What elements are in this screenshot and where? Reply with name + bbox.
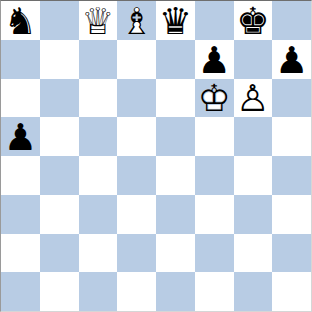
white-bishop-glyph: ♗: [117, 2, 156, 41]
square-g1[interactable]: [234, 272, 273, 311]
square-c1[interactable]: [79, 272, 118, 311]
piece-black-pawn[interactable]: ♟: [272, 40, 311, 79]
square-b2[interactable]: [40, 234, 79, 273]
chess-board: ♞♛♕♝♗♛♚♟♟♚♔♟♙♟: [0, 0, 312, 312]
square-d3[interactable]: [117, 195, 156, 234]
square-g7[interactable]: [234, 40, 273, 79]
piece-white-king[interactable]: ♚♔: [195, 79, 234, 118]
square-h2[interactable]: [272, 234, 311, 273]
square-f5[interactable]: [195, 117, 234, 156]
square-g3[interactable]: [234, 195, 273, 234]
piece-white-queen[interactable]: ♛♕: [79, 1, 118, 40]
square-g5[interactable]: [234, 117, 273, 156]
square-f1[interactable]: [195, 272, 234, 311]
square-c5[interactable]: [79, 117, 118, 156]
square-a5[interactable]: ♟: [1, 117, 40, 156]
square-e8[interactable]: ♛: [156, 1, 195, 40]
black-knight-glyph: ♞: [1, 2, 40, 41]
square-e2[interactable]: [156, 234, 195, 273]
square-d6[interactable]: [117, 79, 156, 118]
square-b3[interactable]: [40, 195, 79, 234]
square-f2[interactable]: [195, 234, 234, 273]
black-queen-glyph: ♛: [156, 2, 195, 41]
square-e5[interactable]: [156, 117, 195, 156]
square-g8[interactable]: ♚: [234, 1, 273, 40]
square-c2[interactable]: [79, 234, 118, 273]
square-h7[interactable]: ♟: [272, 40, 311, 79]
square-g6[interactable]: ♟♙: [234, 79, 273, 118]
square-d7[interactable]: [117, 40, 156, 79]
piece-black-king[interactable]: ♚: [234, 1, 273, 40]
square-a2[interactable]: [1, 234, 40, 273]
square-h4[interactable]: [272, 156, 311, 195]
square-d4[interactable]: [117, 156, 156, 195]
chess-diagram: ♞♛♕♝♗♛♚♟♟♚♔♟♙♟: [0, 0, 312, 312]
square-e1[interactable]: [156, 272, 195, 311]
square-h5[interactable]: [272, 117, 311, 156]
white-king-glyph: ♔: [195, 80, 234, 119]
square-g2[interactable]: [234, 234, 273, 273]
square-c3[interactable]: [79, 195, 118, 234]
square-c4[interactable]: [79, 156, 118, 195]
square-b4[interactable]: [40, 156, 79, 195]
white-queen-glyph: ♕: [79, 2, 118, 41]
black-pawn-glyph: ♟: [195, 41, 234, 80]
square-f7[interactable]: ♟: [195, 40, 234, 79]
square-b8[interactable]: [40, 1, 79, 40]
square-h8[interactable]: [272, 1, 311, 40]
square-a8[interactable]: ♞: [1, 1, 40, 40]
square-c7[interactable]: [79, 40, 118, 79]
white-pawn-glyph: ♙: [234, 80, 273, 119]
square-a4[interactable]: [1, 156, 40, 195]
square-e7[interactable]: [156, 40, 195, 79]
square-g4[interactable]: [234, 156, 273, 195]
square-a6[interactable]: [1, 79, 40, 118]
piece-white-bishop[interactable]: ♝♗: [117, 1, 156, 40]
square-b1[interactable]: [40, 272, 79, 311]
square-b5[interactable]: [40, 117, 79, 156]
square-f3[interactable]: [195, 195, 234, 234]
square-c8[interactable]: ♛♕: [79, 1, 118, 40]
square-a7[interactable]: [1, 40, 40, 79]
piece-black-queen[interactable]: ♛: [156, 1, 195, 40]
square-f4[interactable]: [195, 156, 234, 195]
square-a1[interactable]: [1, 272, 40, 311]
square-e3[interactable]: [156, 195, 195, 234]
square-b7[interactable]: [40, 40, 79, 79]
square-e6[interactable]: [156, 79, 195, 118]
piece-black-pawn[interactable]: ♟: [1, 117, 40, 156]
square-d2[interactable]: [117, 234, 156, 273]
square-d8[interactable]: ♝♗: [117, 1, 156, 40]
square-a3[interactable]: [1, 195, 40, 234]
piece-white-pawn[interactable]: ♟♙: [234, 79, 273, 118]
square-f8[interactable]: [195, 1, 234, 40]
square-h1[interactable]: [272, 272, 311, 311]
square-c6[interactable]: [79, 79, 118, 118]
black-pawn-glyph: ♟: [272, 41, 311, 80]
square-b6[interactable]: [40, 79, 79, 118]
square-d1[interactable]: [117, 272, 156, 311]
black-king-glyph: ♚: [234, 2, 273, 41]
black-pawn-glyph: ♟: [1, 118, 40, 157]
square-f6[interactable]: ♚♔: [195, 79, 234, 118]
piece-black-pawn[interactable]: ♟: [195, 40, 234, 79]
piece-black-knight[interactable]: ♞: [1, 1, 40, 40]
square-h3[interactable]: [272, 195, 311, 234]
square-h6[interactable]: [272, 79, 311, 118]
square-e4[interactable]: [156, 156, 195, 195]
square-d5[interactable]: [117, 117, 156, 156]
